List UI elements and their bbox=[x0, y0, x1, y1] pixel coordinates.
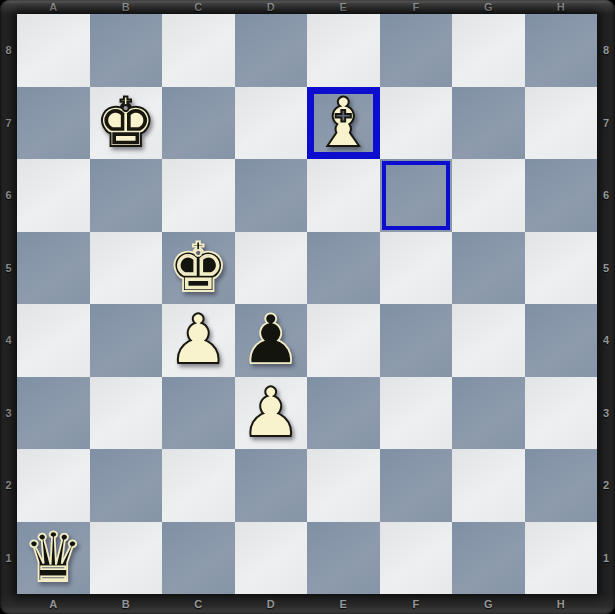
file-label-g: G bbox=[452, 594, 525, 614]
square-c2[interactable] bbox=[162, 449, 235, 522]
square-e1[interactable] bbox=[307, 522, 380, 595]
square-h1[interactable] bbox=[525, 522, 598, 595]
file-label-f: F bbox=[380, 0, 453, 14]
move-target-outline bbox=[382, 161, 451, 230]
square-c7[interactable] bbox=[162, 87, 235, 160]
square-g7[interactable] bbox=[452, 87, 525, 160]
rank-label-7: 7 bbox=[597, 87, 615, 160]
rank-label-2: 2 bbox=[597, 449, 615, 522]
file-label-c: C bbox=[162, 594, 235, 614]
square-b4[interactable] bbox=[90, 304, 163, 377]
square-d6[interactable] bbox=[235, 159, 308, 232]
square-a6[interactable] bbox=[17, 159, 90, 232]
rank-label-4: 4 bbox=[0, 304, 17, 377]
square-a7[interactable] bbox=[17, 87, 90, 160]
black-king[interactable]: ♚ bbox=[168, 234, 229, 302]
square-g3[interactable] bbox=[452, 377, 525, 450]
file-labels-bottom: ABCDEFGH bbox=[17, 594, 597, 614]
rank-label-5: 5 bbox=[0, 232, 17, 305]
square-e4[interactable] bbox=[307, 304, 380, 377]
square-f8[interactable] bbox=[380, 14, 453, 87]
square-a1[interactable]: ♛ bbox=[17, 522, 90, 595]
square-f5[interactable] bbox=[380, 232, 453, 305]
square-a2[interactable] bbox=[17, 449, 90, 522]
square-b5[interactable] bbox=[90, 232, 163, 305]
square-b7[interactable]: ♚ bbox=[90, 87, 163, 160]
square-f2[interactable] bbox=[380, 449, 453, 522]
square-b2[interactable] bbox=[90, 449, 163, 522]
white-pawn[interactable]: ♟ bbox=[168, 306, 229, 374]
square-f4[interactable] bbox=[380, 304, 453, 377]
rank-label-1: 1 bbox=[597, 522, 615, 595]
square-b1[interactable] bbox=[90, 522, 163, 595]
square-h6[interactable] bbox=[525, 159, 598, 232]
square-h7[interactable] bbox=[525, 87, 598, 160]
square-c5[interactable]: ♚ bbox=[162, 232, 235, 305]
square-c3[interactable] bbox=[162, 377, 235, 450]
rank-labels-right: 87654321 bbox=[597, 14, 615, 594]
square-g1[interactable] bbox=[452, 522, 525, 595]
rank-label-6: 6 bbox=[597, 159, 615, 232]
rank-label-5: 5 bbox=[597, 232, 615, 305]
square-a4[interactable] bbox=[17, 304, 90, 377]
file-label-d: D bbox=[235, 594, 308, 614]
square-g5[interactable] bbox=[452, 232, 525, 305]
rank-label-7: 7 bbox=[0, 87, 17, 160]
rank-label-8: 8 bbox=[0, 14, 17, 87]
square-a3[interactable] bbox=[17, 377, 90, 450]
square-b6[interactable] bbox=[90, 159, 163, 232]
file-label-d: D bbox=[235, 0, 308, 14]
square-a8[interactable] bbox=[17, 14, 90, 87]
square-e7[interactable]: ♝ bbox=[307, 87, 380, 160]
square-f1[interactable] bbox=[380, 522, 453, 595]
square-d1[interactable] bbox=[235, 522, 308, 595]
square-g2[interactable] bbox=[452, 449, 525, 522]
file-label-c: C bbox=[162, 0, 235, 14]
square-d7[interactable] bbox=[235, 87, 308, 160]
rank-label-3: 3 bbox=[0, 377, 17, 450]
square-h4[interactable] bbox=[525, 304, 598, 377]
square-f6[interactable] bbox=[380, 159, 453, 232]
rank-label-1: 1 bbox=[0, 522, 17, 595]
white-king[interactable]: ♚ bbox=[95, 89, 156, 157]
file-label-b: B bbox=[90, 594, 163, 614]
square-b3[interactable] bbox=[90, 377, 163, 450]
square-g4[interactable] bbox=[452, 304, 525, 377]
square-c8[interactable] bbox=[162, 14, 235, 87]
square-d4[interactable]: ♟ bbox=[235, 304, 308, 377]
square-g8[interactable] bbox=[452, 14, 525, 87]
square-e8[interactable] bbox=[307, 14, 380, 87]
file-label-h: H bbox=[525, 0, 598, 14]
black-pawn[interactable]: ♟ bbox=[240, 306, 301, 374]
file-label-h: H bbox=[525, 594, 598, 614]
square-h8[interactable] bbox=[525, 14, 598, 87]
white-bishop[interactable]: ♝ bbox=[313, 89, 374, 157]
rank-label-3: 3 bbox=[597, 377, 615, 450]
square-b8[interactable] bbox=[90, 14, 163, 87]
square-h3[interactable] bbox=[525, 377, 598, 450]
square-h2[interactable] bbox=[525, 449, 598, 522]
square-d5[interactable] bbox=[235, 232, 308, 305]
file-label-a: A bbox=[17, 594, 90, 614]
file-label-f: F bbox=[380, 594, 453, 614]
file-labels-top: ABCDEFGH bbox=[17, 0, 597, 14]
file-label-e: E bbox=[307, 594, 380, 614]
rank-label-4: 4 bbox=[597, 304, 615, 377]
square-d8[interactable] bbox=[235, 14, 308, 87]
rank-label-6: 6 bbox=[0, 159, 17, 232]
square-d2[interactable] bbox=[235, 449, 308, 522]
square-f7[interactable] bbox=[380, 87, 453, 160]
file-label-g: G bbox=[452, 0, 525, 14]
square-e6[interactable] bbox=[307, 159, 380, 232]
white-pawn[interactable]: ♟ bbox=[240, 379, 301, 447]
file-label-e: E bbox=[307, 0, 380, 14]
square-a5[interactable] bbox=[17, 232, 90, 305]
square-g6[interactable] bbox=[452, 159, 525, 232]
square-c4[interactable]: ♟ bbox=[162, 304, 235, 377]
rank-label-2: 2 bbox=[0, 449, 17, 522]
board-frame: ABCDEFGH 87654321 ♚♝♚♟♟♟♛ 87654321 ABCDE… bbox=[0, 0, 615, 614]
square-d3[interactable]: ♟ bbox=[235, 377, 308, 450]
square-c6[interactable] bbox=[162, 159, 235, 232]
square-c1[interactable] bbox=[162, 522, 235, 595]
chess-board[interactable]: ♚♝♚♟♟♟♛ bbox=[17, 14, 597, 594]
rank-label-8: 8 bbox=[597, 14, 615, 87]
rank-labels-left: 87654321 bbox=[0, 14, 17, 594]
square-f3[interactable] bbox=[380, 377, 453, 450]
square-e5[interactable] bbox=[307, 232, 380, 305]
square-e2[interactable] bbox=[307, 449, 380, 522]
file-label-b: B bbox=[90, 0, 163, 14]
square-e3[interactable] bbox=[307, 377, 380, 450]
square-h5[interactable] bbox=[525, 232, 598, 305]
black-queen[interactable]: ♛ bbox=[23, 524, 84, 592]
file-label-a: A bbox=[17, 0, 90, 14]
